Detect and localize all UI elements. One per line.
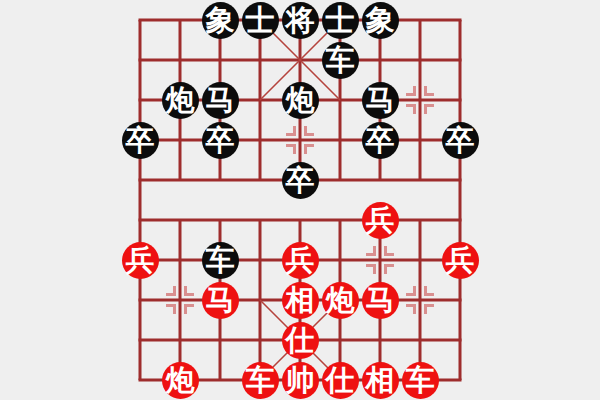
- point-marker: [306, 146, 315, 155]
- point-marker: [286, 146, 295, 155]
- red-soldier[interactable]: 兵: [122, 242, 159, 279]
- point-marker: [426, 86, 435, 95]
- black-general[interactable]: 将: [282, 2, 319, 39]
- black-chariot[interactable]: 车: [322, 42, 359, 79]
- red-chariot[interactable]: 车: [242, 362, 279, 399]
- red-chariot[interactable]: 车: [402, 362, 439, 399]
- black-soldier[interactable]: 卒: [202, 122, 239, 159]
- point-marker: [406, 306, 415, 315]
- red-horse[interactable]: 马: [202, 282, 239, 319]
- black-soldier[interactable]: 卒: [442, 122, 479, 159]
- point-marker: [366, 266, 375, 275]
- point-marker: [386, 266, 395, 275]
- black-elephant[interactable]: 象: [202, 2, 239, 39]
- red-advisor[interactable]: 仕: [282, 322, 319, 359]
- point-marker: [426, 286, 435, 295]
- red-advisor[interactable]: 仕: [322, 362, 359, 399]
- point-marker: [406, 86, 415, 95]
- red-elephant[interactable]: 相: [282, 282, 319, 319]
- point-marker: [166, 306, 175, 315]
- black-horse[interactable]: 马: [202, 82, 239, 119]
- black-advisor[interactable]: 士: [322, 2, 359, 39]
- point-marker: [386, 246, 395, 255]
- red-soldier[interactable]: 兵: [442, 242, 479, 279]
- black-horse[interactable]: 马: [362, 82, 399, 119]
- point-marker: [306, 126, 315, 135]
- point-marker: [166, 286, 175, 295]
- red-elephant[interactable]: 相: [362, 362, 399, 399]
- point-marker: [366, 246, 375, 255]
- point-marker: [426, 106, 435, 115]
- point-marker: [406, 106, 415, 115]
- black-cannon[interactable]: 炮: [162, 82, 199, 119]
- point-marker: [406, 286, 415, 295]
- black-elephant[interactable]: 象: [362, 2, 399, 39]
- black-soldier[interactable]: 卒: [282, 162, 319, 199]
- red-soldier[interactable]: 兵: [362, 202, 399, 239]
- point-marker: [186, 306, 195, 315]
- black-soldier[interactable]: 卒: [122, 122, 159, 159]
- red-general[interactable]: 帅: [282, 362, 319, 399]
- point-marker: [426, 306, 435, 315]
- black-chariot[interactable]: 车: [202, 242, 239, 279]
- black-soldier[interactable]: 卒: [362, 122, 399, 159]
- red-cannon[interactable]: 炮: [162, 362, 199, 399]
- red-soldier[interactable]: 兵: [282, 242, 319, 279]
- point-marker: [186, 286, 195, 295]
- red-cannon[interactable]: 炮: [322, 282, 359, 319]
- point-marker: [286, 126, 295, 135]
- black-cannon[interactable]: 炮: [282, 82, 319, 119]
- black-advisor[interactable]: 士: [242, 2, 279, 39]
- red-horse[interactable]: 马: [362, 282, 399, 319]
- xiangqi-board[interactable]: 象士将士象车炮马炮马卒卒卒卒卒兵兵车兵兵马相炮马仕炮车帅仕相车: [0, 0, 600, 400]
